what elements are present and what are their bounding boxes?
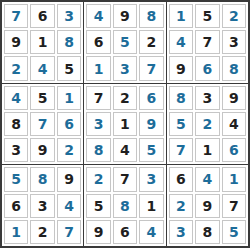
cell-r6c7[interactable]: 7 xyxy=(169,138,193,162)
cell-r3c3[interactable]: 5 xyxy=(57,56,81,80)
cell-r2c7[interactable]: 4 xyxy=(169,30,193,54)
cell-r4c2[interactable]: 5 xyxy=(30,86,54,110)
cell-r7c1[interactable]: 5 xyxy=(4,167,28,191)
sudoku-box-5: 726319845 xyxy=(84,84,165,165)
cell-r6c3[interactable]: 2 xyxy=(57,138,81,162)
cell-r9c1[interactable]: 1 xyxy=(4,220,28,244)
cell-r5c8[interactable]: 2 xyxy=(195,112,219,136)
cell-r9c4[interactable]: 9 xyxy=(86,220,110,244)
sudoku-box-4: 451876392 xyxy=(2,84,83,165)
cell-r5c3[interactable]: 6 xyxy=(57,112,81,136)
cell-r8c2[interactable]: 3 xyxy=(30,194,54,218)
cell-r1c3[interactable]: 3 xyxy=(57,4,81,28)
cell-r6c6[interactable]: 5 xyxy=(139,138,163,162)
sudoku-box-1: 763918245 xyxy=(2,2,83,83)
cell-r3c9[interactable]: 8 xyxy=(222,56,246,80)
sudoku-box-8: 273581964 xyxy=(84,165,165,246)
cell-r6c8[interactable]: 1 xyxy=(195,138,219,162)
cell-r1c6[interactable]: 8 xyxy=(139,4,163,28)
cell-r9c3[interactable]: 7 xyxy=(57,220,81,244)
cell-r5c5[interactable]: 1 xyxy=(113,112,137,136)
cell-r9c6[interactable]: 4 xyxy=(139,220,163,244)
sudoku-box-9: 641297385 xyxy=(167,165,248,246)
cell-r7c4[interactable]: 2 xyxy=(86,167,110,191)
cell-r7c5[interactable]: 7 xyxy=(113,167,137,191)
cell-r7c7[interactable]: 6 xyxy=(169,167,193,191)
cell-r4c6[interactable]: 6 xyxy=(139,86,163,110)
cell-r1c1[interactable]: 7 xyxy=(4,4,28,28)
cell-r4c7[interactable]: 8 xyxy=(169,86,193,110)
cell-r7c3[interactable]: 9 xyxy=(57,167,81,191)
cell-r1c8[interactable]: 5 xyxy=(195,4,219,28)
cell-r1c5[interactable]: 9 xyxy=(113,4,137,28)
cell-r6c1[interactable]: 3 xyxy=(4,138,28,162)
cell-r3c5[interactable]: 3 xyxy=(113,56,137,80)
cell-r7c2[interactable]: 8 xyxy=(30,167,54,191)
cell-r3c7[interactable]: 9 xyxy=(169,56,193,80)
cell-r8c1[interactable]: 6 xyxy=(4,194,28,218)
cell-r9c7[interactable]: 3 xyxy=(169,220,193,244)
cell-r5c4[interactable]: 3 xyxy=(86,112,110,136)
cell-r4c1[interactable]: 4 xyxy=(4,86,28,110)
sudoku-box-2: 498652137 xyxy=(84,2,165,83)
cell-r6c9[interactable]: 6 xyxy=(222,138,246,162)
cell-r9c9[interactable]: 5 xyxy=(222,220,246,244)
cell-r2c6[interactable]: 2 xyxy=(139,30,163,54)
cell-r8c5[interactable]: 8 xyxy=(113,194,137,218)
cell-r6c4[interactable]: 8 xyxy=(86,138,110,162)
cell-r7c6[interactable]: 3 xyxy=(139,167,163,191)
cell-r2c4[interactable]: 6 xyxy=(86,30,110,54)
cell-r3c2[interactable]: 4 xyxy=(30,56,54,80)
cell-r5c2[interactable]: 7 xyxy=(30,112,54,136)
cell-r6c5[interactable]: 4 xyxy=(113,138,137,162)
cell-r8c9[interactable]: 7 xyxy=(222,194,246,218)
cell-r9c5[interactable]: 6 xyxy=(113,220,137,244)
cell-r5c7[interactable]: 5 xyxy=(169,112,193,136)
sudoku-box-7: 589634127 xyxy=(2,165,83,246)
cell-r3c8[interactable]: 6 xyxy=(195,56,219,80)
cell-r2c1[interactable]: 9 xyxy=(4,30,28,54)
cell-r1c9[interactable]: 2 xyxy=(222,4,246,28)
cell-r4c4[interactable]: 7 xyxy=(86,86,110,110)
cell-r9c2[interactable]: 2 xyxy=(30,220,54,244)
cell-r2c3[interactable]: 8 xyxy=(57,30,81,54)
cell-r4c3[interactable]: 1 xyxy=(57,86,81,110)
cell-r7c8[interactable]: 4 xyxy=(195,167,219,191)
cell-r8c4[interactable]: 5 xyxy=(86,194,110,218)
sudoku-board: 7639182454986521371524739684518763927263… xyxy=(0,0,250,248)
cell-r1c2[interactable]: 6 xyxy=(30,4,54,28)
cell-r2c5[interactable]: 5 xyxy=(113,30,137,54)
cell-r2c2[interactable]: 1 xyxy=(30,30,54,54)
cell-r4c8[interactable]: 3 xyxy=(195,86,219,110)
cell-r3c6[interactable]: 7 xyxy=(139,56,163,80)
cell-r4c9[interactable]: 9 xyxy=(222,86,246,110)
cell-r2c8[interactable]: 7 xyxy=(195,30,219,54)
cell-r6c2[interactable]: 9 xyxy=(30,138,54,162)
cell-r8c8[interactable]: 9 xyxy=(195,194,219,218)
sudoku-box-6: 839524716 xyxy=(167,84,248,165)
cell-r2c9[interactable]: 3 xyxy=(222,30,246,54)
cell-r5c6[interactable]: 9 xyxy=(139,112,163,136)
cell-r5c1[interactable]: 8 xyxy=(4,112,28,136)
cell-r5c9[interactable]: 4 xyxy=(222,112,246,136)
cell-r8c7[interactable]: 2 xyxy=(169,194,193,218)
cell-r8c6[interactable]: 1 xyxy=(139,194,163,218)
cell-r1c4[interactable]: 4 xyxy=(86,4,110,28)
cell-r4c5[interactable]: 2 xyxy=(113,86,137,110)
cell-r3c4[interactable]: 1 xyxy=(86,56,110,80)
cell-r8c3[interactable]: 4 xyxy=(57,194,81,218)
cell-r3c1[interactable]: 2 xyxy=(4,56,28,80)
cell-r1c7[interactable]: 1 xyxy=(169,4,193,28)
cell-r7c9[interactable]: 1 xyxy=(222,167,246,191)
sudoku-box-3: 152473968 xyxy=(167,2,248,83)
cell-r9c8[interactable]: 8 xyxy=(195,220,219,244)
